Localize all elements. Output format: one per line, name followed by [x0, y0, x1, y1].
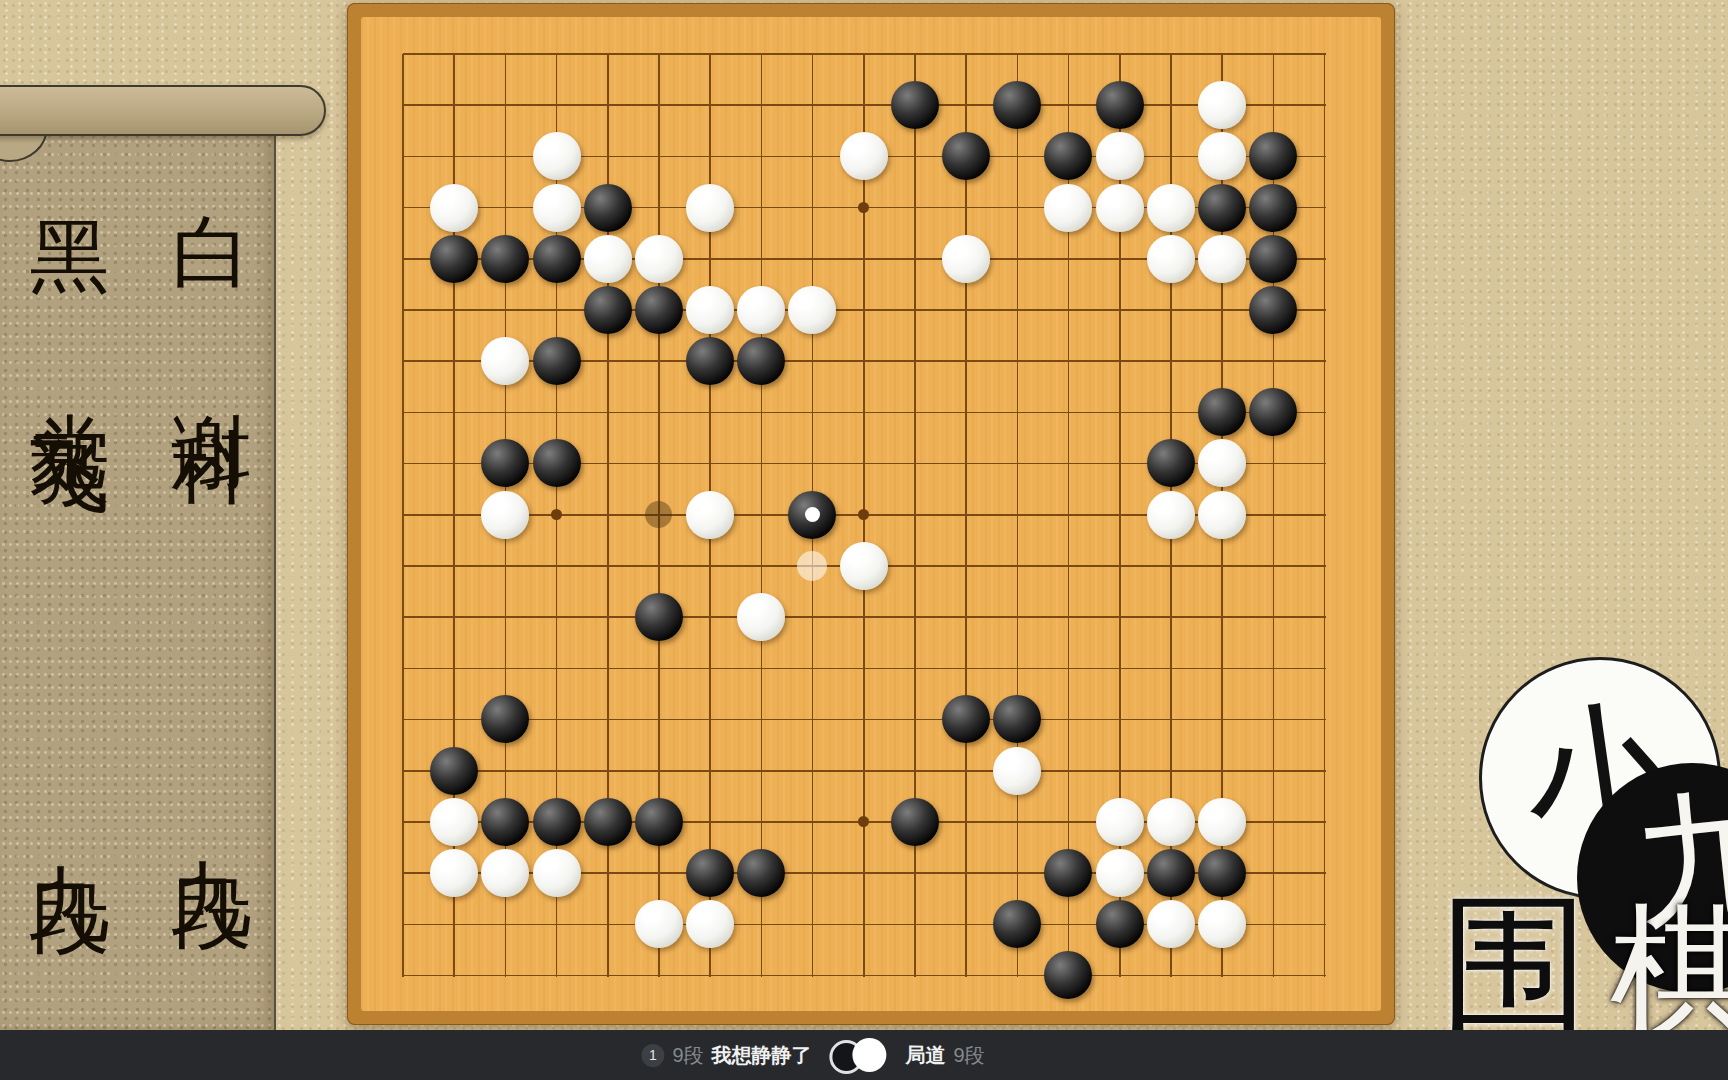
stone-white[interactable] — [840, 542, 888, 590]
stone-black[interactable] — [481, 798, 529, 846]
stone-black[interactable] — [1096, 900, 1144, 948]
stone-black[interactable] — [430, 235, 478, 283]
stone-white[interactable] — [1096, 132, 1144, 180]
stone-white[interactable] — [481, 491, 529, 539]
stone-white[interactable] — [1096, 798, 1144, 846]
stone-white[interactable] — [1198, 439, 1246, 487]
stone-black[interactable] — [481, 695, 529, 743]
goban-grid[interactable] — [377, 28, 1350, 1001]
stone-white[interactable] — [1044, 184, 1092, 232]
ghost-marker-black — [645, 501, 672, 528]
stone-black[interactable] — [430, 747, 478, 795]
black-player-name-calligraphy: 党毅飞 — [28, 348, 112, 390]
scroll-rod — [0, 85, 326, 136]
stone-white[interactable] — [1147, 798, 1195, 846]
app-logo: 小 九 围 棋 — [1428, 655, 1728, 1055]
stone-black[interactable] — [533, 439, 581, 487]
star-point — [551, 509, 562, 520]
white-player-rank-calligraphy: 九段 — [170, 795, 254, 823]
stone-black[interactable] — [1044, 132, 1092, 180]
stone-black[interactable] — [584, 798, 632, 846]
stone-black[interactable] — [1198, 849, 1246, 897]
stone-white[interactable] — [481, 849, 529, 897]
stone-black[interactable] — [1147, 849, 1195, 897]
star-point — [858, 816, 869, 827]
stone-black[interactable] — [1044, 849, 1092, 897]
stone-black[interactable] — [584, 184, 632, 232]
stone-black[interactable] — [993, 81, 1041, 129]
stone-black[interactable] — [942, 132, 990, 180]
stone-white[interactable] — [788, 286, 836, 334]
stone-white[interactable] — [686, 286, 734, 334]
white-player-username: 局道 — [906, 1042, 946, 1069]
color-toggle[interactable] — [830, 1037, 888, 1073]
stone-white[interactable] — [533, 849, 581, 897]
stone-black[interactable] — [481, 439, 529, 487]
stone-black[interactable] — [686, 849, 734, 897]
stone-white[interactable] — [1198, 235, 1246, 283]
stone-white[interactable] — [533, 132, 581, 180]
stone-black[interactable] — [788, 491, 836, 539]
stone-white[interactable] — [635, 235, 683, 283]
stone-white[interactable] — [1198, 900, 1246, 948]
stone-black[interactable] — [1249, 132, 1297, 180]
stone-white[interactable] — [840, 132, 888, 180]
black-player-rank-calligraphy: 九段 — [28, 800, 112, 828]
stone-black[interactable] — [942, 695, 990, 743]
stone-white[interactable] — [1147, 235, 1195, 283]
black-rank-badge: 9段 — [672, 1042, 703, 1069]
move-number-badge: 1 — [641, 1044, 664, 1067]
stone-white[interactable] — [1198, 132, 1246, 180]
stone-white[interactable] — [942, 235, 990, 283]
go-board[interactable] — [347, 3, 1395, 1025]
stone-white[interactable] — [737, 286, 785, 334]
stone-black[interactable] — [1147, 439, 1195, 487]
black-player-username: 我想静静了 — [712, 1042, 812, 1069]
star-point — [858, 202, 869, 213]
bottom-bar-group: 1 9段 我想静静了 局道 9段 — [641, 1030, 984, 1080]
stone-white[interactable] — [533, 184, 581, 232]
stone-white[interactable] — [1096, 849, 1144, 897]
stone-black[interactable] — [584, 286, 632, 334]
stone-white[interactable] — [1147, 900, 1195, 948]
stone-white[interactable] — [1198, 491, 1246, 539]
stone-black[interactable] — [686, 337, 734, 385]
black-color-label: 黑 — [28, 158, 112, 172]
stone-white[interactable] — [430, 184, 478, 232]
white-color-label: 白 — [170, 152, 254, 166]
stone-black[interactable] — [1198, 388, 1246, 436]
star-point — [858, 509, 869, 520]
stone-black[interactable] — [993, 900, 1041, 948]
stone-black[interactable] — [1249, 235, 1297, 283]
stone-black[interactable] — [635, 286, 683, 334]
stone-white[interactable] — [635, 900, 683, 948]
stone-black[interactable] — [891, 81, 939, 129]
stone-black[interactable] — [533, 337, 581, 385]
stone-white[interactable] — [993, 747, 1041, 795]
stone-white[interactable] — [430, 798, 478, 846]
stone-black[interactable] — [635, 798, 683, 846]
stone-black[interactable] — [891, 798, 939, 846]
stone-black[interactable] — [533, 235, 581, 283]
stone-white[interactable] — [1096, 184, 1144, 232]
stone-black[interactable] — [1096, 81, 1144, 129]
stone-black[interactable] — [481, 235, 529, 283]
white-stone-icon — [853, 1038, 887, 1072]
stone-black[interactable] — [635, 593, 683, 641]
white-player-name-calligraphy: 谢科 — [170, 350, 254, 378]
ghost-marker-white — [797, 551, 827, 581]
stone-black[interactable] — [1044, 951, 1092, 999]
stone-white[interactable] — [1147, 184, 1195, 232]
stone-white[interactable] — [584, 235, 632, 283]
stone-white[interactable] — [1198, 81, 1246, 129]
stone-white[interactable] — [686, 900, 734, 948]
stone-white[interactable] — [737, 593, 785, 641]
stone-white[interactable] — [1198, 798, 1246, 846]
scroll-paper — [0, 96, 276, 1030]
bottom-bar: 1 9段 我想静静了 局道 9段 — [0, 1030, 1728, 1080]
stone-white[interactable] — [481, 337, 529, 385]
stone-black[interactable] — [1198, 184, 1246, 232]
stone-black[interactable] — [737, 849, 785, 897]
stone-black[interactable] — [1249, 388, 1297, 436]
stone-white[interactable] — [430, 849, 478, 897]
stone-black[interactable] — [1249, 184, 1297, 232]
stone-white[interactable] — [1147, 491, 1195, 539]
stone-white[interactable] — [686, 491, 734, 539]
white-rank-badge: 9段 — [954, 1042, 985, 1069]
stone-black[interactable] — [1249, 286, 1297, 334]
last-move-marker — [805, 507, 820, 522]
stone-black[interactable] — [533, 798, 581, 846]
stone-white[interactable] — [686, 184, 734, 232]
stone-black[interactable] — [993, 695, 1041, 743]
stone-black[interactable] — [737, 337, 785, 385]
